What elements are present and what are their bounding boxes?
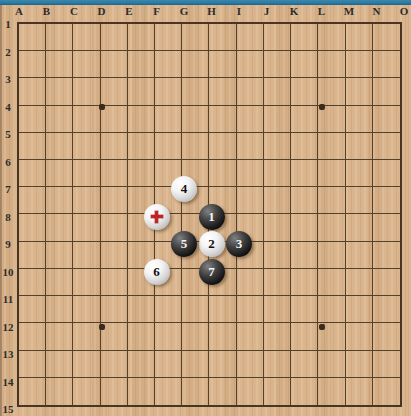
stone-number: 7 bbox=[208, 264, 215, 280]
stone-white-F8 bbox=[144, 204, 170, 230]
go-board-window: 1234567 ABCDEFGHIJKLMNO 1234567891011121… bbox=[0, 0, 411, 416]
column-label-J: J bbox=[258, 5, 276, 18]
row-label-5: 5 bbox=[0, 128, 16, 141]
column-label-I: I bbox=[230, 5, 248, 18]
stone-black-7: 7 bbox=[199, 259, 225, 285]
row-label-3: 3 bbox=[0, 73, 16, 86]
column-label-L: L bbox=[313, 5, 331, 18]
stone-number: 6 bbox=[153, 264, 160, 280]
row-label-15: 15 bbox=[0, 403, 16, 416]
column-label-A: A bbox=[10, 5, 28, 18]
column-label-E: E bbox=[120, 5, 138, 18]
stone-number: 2 bbox=[208, 236, 215, 252]
stone-white-4: 4 bbox=[171, 176, 197, 202]
row-label-8: 8 bbox=[0, 210, 16, 223]
column-label-F: F bbox=[148, 5, 166, 18]
stone-number: 5 bbox=[181, 236, 188, 252]
stone-white-6: 6 bbox=[144, 259, 170, 285]
stone-black-3: 3 bbox=[226, 231, 252, 257]
row-label-4: 4 bbox=[0, 100, 16, 113]
stone-black-5: 5 bbox=[171, 231, 197, 257]
red-cross-marker-icon bbox=[150, 210, 164, 224]
row-label-7: 7 bbox=[0, 183, 16, 196]
stone-white-2: 2 bbox=[199, 231, 225, 257]
stone-number: 1 bbox=[208, 209, 215, 225]
column-label-C: C bbox=[65, 5, 83, 18]
row-label-2: 2 bbox=[0, 45, 16, 58]
row-label-6: 6 bbox=[0, 155, 16, 168]
stone-number: 3 bbox=[236, 236, 243, 252]
row-label-12: 12 bbox=[0, 320, 16, 333]
row-label-11: 11 bbox=[0, 293, 16, 306]
column-label-O: O bbox=[395, 5, 411, 18]
column-label-D: D bbox=[93, 5, 111, 18]
row-label-9: 9 bbox=[0, 238, 16, 251]
column-label-B: B bbox=[38, 5, 56, 18]
column-label-H: H bbox=[203, 5, 221, 18]
row-label-13: 13 bbox=[0, 348, 16, 361]
column-label-N: N bbox=[368, 5, 386, 18]
stone-black-1: 1 bbox=[199, 204, 225, 230]
row-label-14: 14 bbox=[0, 375, 16, 388]
column-label-M: M bbox=[340, 5, 358, 18]
stones-layer: 1234567 bbox=[19, 24, 404, 409]
column-label-K: K bbox=[285, 5, 303, 18]
stone-number: 4 bbox=[181, 181, 188, 197]
column-label-G: G bbox=[175, 5, 193, 18]
row-label-1: 1 bbox=[0, 18, 16, 31]
row-label-10: 10 bbox=[0, 265, 16, 278]
